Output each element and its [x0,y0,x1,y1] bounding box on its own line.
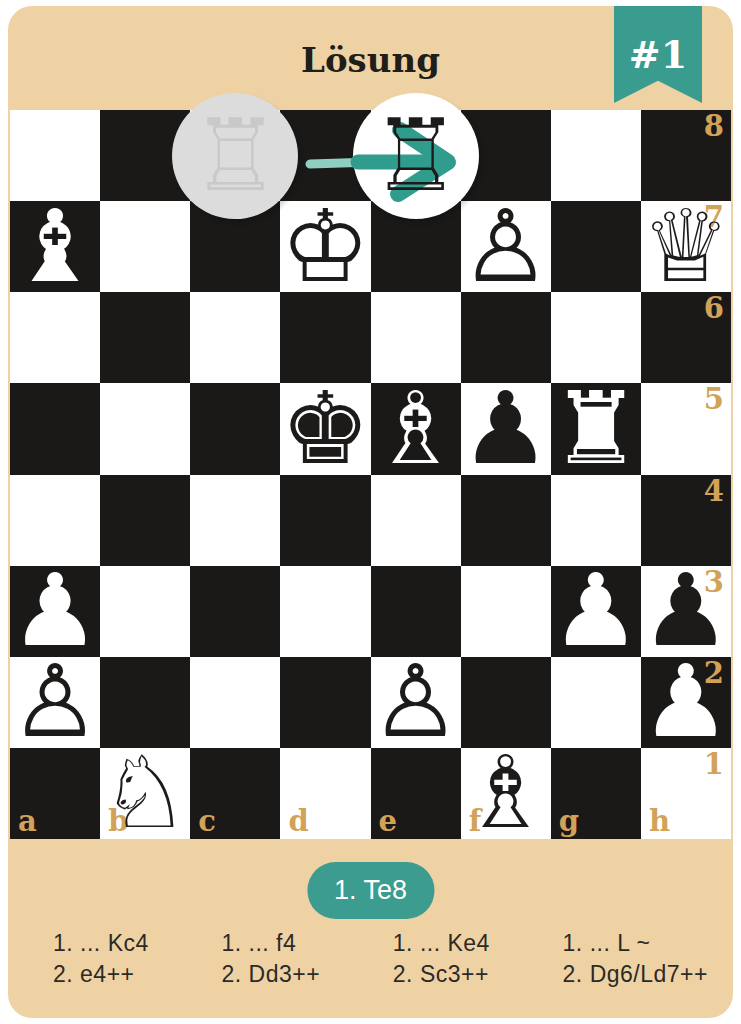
square-d3 [280,566,370,657]
square-d8 [280,110,370,201]
rank-label-7: 7 [704,203,724,232]
square-a7 [10,201,100,292]
square-c7 [190,201,280,292]
square-f4 [461,475,551,566]
square-h3: 3 [641,566,731,657]
square-b1: b [100,748,190,839]
square-e5 [371,383,461,474]
square-a3 [10,566,100,657]
file-label-h: h [649,807,670,836]
square-b8 [100,110,190,201]
square-b4 [100,475,190,566]
file-label-c: c [198,807,216,836]
board: 8765432abcdefg1h [10,110,731,839]
file-label-g: g [559,807,579,836]
square-g5 [551,383,641,474]
variation-3-white-mate: 2. Sc3++ [393,959,490,990]
square-h5: 5 [641,383,731,474]
square-f1: f [461,748,551,839]
square-g8 [551,110,641,201]
variation-4: 1. ... L ~ 2. Dg6/Ld7++ [563,928,708,990]
solution-card-page: Lösung #1 8765432abcdefg1h ♖♖♝♔♙♕♚♗♟♜♟♟♟… [0,0,741,1024]
square-e1: e [371,748,461,839]
square-e6 [371,292,461,383]
square-g7 [551,201,641,292]
square-h4: 4 [641,475,731,566]
rank-label-2: 2 [704,659,724,688]
square-a8 [10,110,100,201]
square-d1: d [280,748,370,839]
square-e4 [371,475,461,566]
variation-1: 1. ... Kc4 2. e4++ [53,928,149,990]
square-a4 [10,475,100,566]
variation-4-white-mate: 2. Dg6/Ld7++ [563,959,708,990]
square-c6 [190,292,280,383]
solution-card: Lösung #1 8765432abcdefg1h ♖♖♝♔♙♕♚♗♟♜♟♟♟… [8,6,733,1018]
rank-label-3: 3 [704,568,724,597]
variations: 1. ... Kc4 2. e4++ 1. ... f4 2. Dd3++ 1.… [53,928,708,990]
rank-label-8: 8 [704,112,724,141]
square-g3 [551,566,641,657]
square-f6 [461,292,551,383]
square-g2 [551,657,641,748]
variation-3-black-move: 1. ... Ke4 [393,928,490,959]
square-f5 [461,383,551,474]
square-h8: 8 [641,110,731,201]
square-e3 [371,566,461,657]
square-a5 [10,383,100,474]
square-g6 [551,292,641,383]
square-c5 [190,383,280,474]
puzzle-number-ribbon: #1 [614,6,702,103]
square-c8 [190,110,280,201]
rank-label-5: 5 [704,385,724,414]
square-b5 [100,383,190,474]
square-c1: c [190,748,280,839]
square-b6 [100,292,190,383]
file-label-a: a [18,807,37,836]
file-label-d: d [288,807,308,836]
file-label-b: b [108,807,128,836]
square-c2 [190,657,280,748]
square-e7 [371,201,461,292]
square-d7 [280,201,370,292]
square-f7 [461,201,551,292]
rank-label-4: 4 [704,477,724,506]
chess-board-area: 8765432abcdefg1h ♖♖♝♔♙♕♚♗♟♜♟♟♟♙♙♟♘♗ [10,110,731,839]
variation-3: 1. ... Ke4 2. Sc3++ [393,928,490,990]
square-d5 [280,383,370,474]
rank-label-1: 1 [704,750,724,779]
variation-2: 1. ... f4 2. Dd3++ [221,928,320,990]
square-b3 [100,566,190,657]
variation-1-black-move: 1. ... Kc4 [53,928,149,959]
square-b2 [100,657,190,748]
square-a2 [10,657,100,748]
square-a1: a [10,748,100,839]
square-d2 [280,657,370,748]
square-e8 [371,110,461,201]
square-f3 [461,566,551,657]
square-d4 [280,475,370,566]
square-h7: 7 [641,201,731,292]
square-a6 [10,292,100,383]
square-b7 [100,201,190,292]
variation-2-black-move: 1. ... f4 [221,928,320,959]
square-f8 [461,110,551,201]
file-label-e: e [379,807,397,836]
square-c4 [190,475,280,566]
variation-4-black-move: 1. ... L ~ [563,928,708,959]
key-move-button[interactable]: 1. Te8 [307,862,434,919]
square-e2 [371,657,461,748]
variation-1-white-mate: 2. e4++ [53,959,149,990]
file-label-f: f [469,807,481,836]
square-h2: 2 [641,657,731,748]
rank-label-6: 6 [704,294,724,323]
square-d6 [280,292,370,383]
square-h1: 1h [641,748,731,839]
square-g4 [551,475,641,566]
variation-2-white-mate: 2. Dd3++ [221,959,320,990]
square-g1: g [551,748,641,839]
square-f2 [461,657,551,748]
square-h6: 6 [641,292,731,383]
puzzle-number-badge: #1 [614,32,702,77]
square-c3 [190,566,280,657]
